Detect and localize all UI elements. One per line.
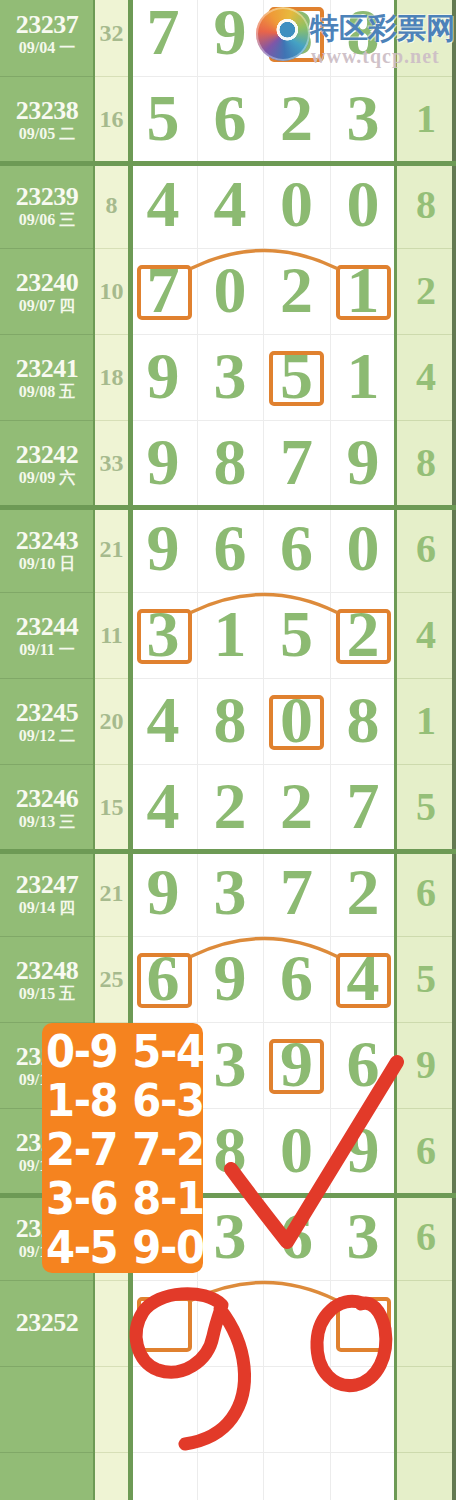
table-row — [0, 1367, 456, 1453]
issue-cell: 2324409/11 一 — [0, 593, 94, 679]
pair-line: 0-9 5-4 — [46, 1027, 199, 1076]
highlight-box — [137, 609, 192, 664]
digit-cell: 3 — [330, 1195, 396, 1281]
digit-cell — [129, 1453, 197, 1500]
digit-cell: 1 — [197, 593, 263, 679]
digit-cell: 6 — [263, 1195, 330, 1281]
digit-cell: 9 — [330, 421, 396, 507]
table-row: 2323809/05 二1656231 — [0, 77, 456, 163]
issue-number: 23246 — [16, 786, 79, 812]
digit-cell: 2 — [263, 77, 330, 163]
digit-cell — [330, 1367, 396, 1453]
digit-cell — [263, 1367, 330, 1453]
sum-cell: 33 — [94, 421, 129, 507]
sum-cell — [94, 1453, 129, 1500]
draw-date: 09/04 一 — [19, 40, 75, 56]
digit-cell: 6 — [263, 937, 330, 1023]
tail-cell — [396, 1453, 456, 1500]
digit-pairs-panel: 0-9 5-4 1-8 6-3 2-7 7-2 3-6 8-1 4-5 9-0 — [42, 1023, 203, 1273]
digit-cell: 0 — [197, 249, 263, 335]
tail-cell: 5 — [396, 765, 456, 851]
grid-line-v1 — [197, 0, 198, 1500]
issue-number: 23239 — [16, 184, 79, 210]
draw-date: 09/10 日 — [19, 556, 75, 572]
digit-cell: 4 — [129, 163, 197, 249]
tail-cell: 6 — [396, 1195, 456, 1281]
digit-cell: 8 — [197, 421, 263, 507]
digit-cell — [197, 1281, 263, 1367]
issue-cell: 2324009/07 四 — [0, 249, 94, 335]
tail-cell: 4 — [396, 593, 456, 679]
digit-cell: 3 — [197, 335, 263, 421]
issue-cell — [0, 1367, 94, 1453]
divider-digits-tail — [394, 0, 397, 1500]
digit-cell: 6 — [263, 507, 330, 593]
pair-line: 2-7 7-2 — [46, 1125, 199, 1174]
tail-cell: 6 — [396, 507, 456, 593]
highlight-box — [137, 953, 192, 1008]
site-logo-swirl-icon — [256, 7, 310, 61]
issue-cell: 2324809/15 五 — [0, 937, 94, 1023]
digit-cell: 0 — [263, 1109, 330, 1195]
digit-cell — [129, 1367, 197, 1453]
table-row: 2323909/06 三844008 — [0, 163, 456, 249]
tail-cell — [396, 1281, 456, 1367]
tail-cell — [396, 1367, 456, 1453]
digit-cell: 7 — [263, 421, 330, 507]
digit-cell: 5 — [129, 77, 197, 163]
digit-cell: 2 — [330, 851, 396, 937]
lottery-trend-chart: 2323709/04 一3279882323809/05 二1656231232… — [0, 0, 456, 1500]
draw-date: 09/14 四 — [19, 900, 75, 916]
tail-cell: 9 — [396, 1023, 456, 1109]
site-url-watermark: www.tqcp.net — [311, 45, 440, 68]
site-brand-watermark: 特区彩票网 — [310, 13, 456, 45]
highlight-box — [269, 351, 324, 406]
issue-cell: 2324609/13 三 — [0, 765, 94, 851]
digit-cell: 7 — [129, 0, 197, 77]
issue-number: 23248 — [16, 958, 79, 984]
sum-cell: 20 — [94, 679, 129, 765]
issue-cell: 2324109/08 五 — [0, 335, 94, 421]
highlight-box — [137, 265, 192, 320]
issue-number: 23244 — [16, 614, 79, 640]
digit-cell: 8 — [197, 679, 263, 765]
highlight-box — [137, 1297, 192, 1352]
issue-number: 23241 — [16, 356, 79, 382]
group-separator — [0, 849, 456, 854]
digit-cell: 3 — [197, 851, 263, 937]
highlight-box — [336, 265, 391, 320]
tail-cell: 8 — [396, 163, 456, 249]
table-row — [0, 1453, 456, 1500]
digit-cell: 3 — [197, 1195, 263, 1281]
tail-cell: 2 — [396, 249, 456, 335]
issue-number: 23247 — [16, 872, 79, 898]
issue-number: 23242 — [16, 442, 79, 468]
pair-line: 3-6 8-1 — [46, 1174, 199, 1223]
digit-cell: 9 — [129, 507, 197, 593]
issue-cell: 2323809/05 二 — [0, 77, 94, 163]
grid-line-v2 — [263, 0, 264, 1500]
pair-line: 4-5 9-0 — [46, 1223, 199, 1272]
digit-cell: 3 — [197, 1023, 263, 1109]
highlight-box — [336, 953, 391, 1008]
tail-cell: 4 — [396, 335, 456, 421]
highlight-box — [336, 609, 391, 664]
digit-cell: 2 — [197, 765, 263, 851]
issue-cell: 2323909/06 三 — [0, 163, 94, 249]
digit-cell: 9 — [197, 0, 263, 77]
digit-cell: 8 — [197, 1109, 263, 1195]
digit-cell: 4 — [129, 679, 197, 765]
digit-cell — [330, 1453, 396, 1500]
digit-cell: 9 — [197, 937, 263, 1023]
table-row: 2324109/08 五1893514 — [0, 335, 456, 421]
table-row: 2324709/14 四2193726 — [0, 851, 456, 937]
tail-cell: 1 — [396, 679, 456, 765]
draw-date: 09/11 一 — [19, 642, 75, 658]
table-row: 2324209/09 六3398798 — [0, 421, 456, 507]
draw-date: 09/06 三 — [19, 212, 75, 228]
sum-cell — [94, 1367, 129, 1453]
sum-cell: 15 — [94, 765, 129, 851]
issue-cell: 2324709/14 四 — [0, 851, 94, 937]
tail-cell: 5 — [396, 937, 456, 1023]
digit-cell: 9 — [129, 335, 197, 421]
digit-cell: 9 — [129, 851, 197, 937]
issue-number: 23238 — [16, 98, 79, 124]
issue-cell: 23252 — [0, 1281, 94, 1367]
digit-cell: 6 — [197, 507, 263, 593]
digit-cell — [197, 1367, 263, 1453]
digit-cell — [263, 1281, 330, 1367]
digit-cell: 4 — [129, 765, 197, 851]
draw-date: 09/15 五 — [19, 986, 75, 1002]
digit-cell: 0 — [263, 163, 330, 249]
digit-cell: 8 — [330, 679, 396, 765]
issue-cell: 2324309/10 日 — [0, 507, 94, 593]
digit-cell: 6 — [330, 1023, 396, 1109]
sum-cell: 21 — [94, 851, 129, 937]
digit-cell: 3 — [330, 77, 396, 163]
tail-cell: 6 — [396, 1109, 456, 1195]
issue-cell: 2323709/04 一 — [0, 0, 94, 77]
pair-line: 1-8 6-3 — [46, 1076, 199, 1125]
digit-cell: 4 — [197, 163, 263, 249]
tail-cell: 8 — [396, 421, 456, 507]
issue-number: 23252 — [16, 1310, 79, 1336]
divider-sum-digits — [128, 0, 133, 1500]
sum-cell: 8 — [94, 163, 129, 249]
table-row: 2324309/10 日2196606 — [0, 507, 456, 593]
table-row: 2324509/12 二2048081 — [0, 679, 456, 765]
issue-cell — [0, 1453, 94, 1500]
issue-number: 23245 — [16, 700, 79, 726]
issue-number: 23243 — [16, 528, 79, 554]
draw-rows: 2323709/04 一3279882323809/05 二1656231232… — [0, 0, 456, 1500]
digit-cell — [263, 1453, 330, 1500]
sum-cell: 21 — [94, 507, 129, 593]
sum-cell: 18 — [94, 335, 129, 421]
issue-cell: 2324509/12 二 — [0, 679, 94, 765]
draw-date: 09/12 二 — [19, 728, 75, 744]
highlight-box — [336, 1297, 391, 1352]
right-edge — [452, 0, 456, 1500]
sum-cell: 25 — [94, 937, 129, 1023]
digit-cell: 7 — [263, 851, 330, 937]
digit-cell: 0 — [330, 163, 396, 249]
divider-label-sum — [93, 0, 95, 1500]
digit-cell: 2 — [263, 765, 330, 851]
issue-number: 23240 — [16, 270, 79, 296]
table-row: 2324609/13 三1542275 — [0, 765, 456, 851]
group-separator — [0, 505, 456, 510]
digit-cell: 2 — [263, 249, 330, 335]
digit-cell: 0 — [330, 507, 396, 593]
draw-date: 09/05 二 — [19, 126, 75, 142]
digit-cell: 7 — [330, 765, 396, 851]
digit-cell: 1 — [330, 335, 396, 421]
digit-cell: 6 — [197, 77, 263, 163]
draw-date: 09/13 三 — [19, 814, 75, 830]
issue-number: 23237 — [16, 12, 79, 38]
grid-line-v3 — [330, 0, 331, 1500]
group-separator — [0, 161, 456, 166]
highlight-box — [269, 1039, 324, 1094]
sum-cell: 10 — [94, 249, 129, 335]
digit-cell: 9 — [129, 421, 197, 507]
tail-cell: 6 — [396, 851, 456, 937]
draw-date: 09/09 六 — [19, 470, 75, 486]
digit-cell: 5 — [263, 593, 330, 679]
sum-cell: 16 — [94, 77, 129, 163]
tail-cell: 1 — [396, 77, 456, 163]
sum-cell — [94, 1281, 129, 1367]
draw-date: 09/07 四 — [19, 298, 75, 314]
issue-cell: 2324209/09 六 — [0, 421, 94, 507]
sum-cell: 32 — [94, 0, 129, 77]
draw-date: 09/08 五 — [19, 384, 75, 400]
highlight-box — [269, 695, 324, 750]
digit-cell — [197, 1453, 263, 1500]
sum-cell: 11 — [94, 593, 129, 679]
digit-cell: 9 — [330, 1109, 396, 1195]
